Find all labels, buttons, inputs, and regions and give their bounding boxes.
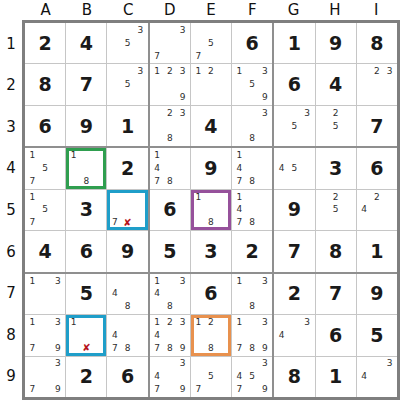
cell-value: 1 bbox=[121, 117, 134, 136]
empty-mark-slot bbox=[288, 316, 301, 329]
column-label-I: I bbox=[374, 1, 378, 19]
empty-mark-slot bbox=[233, 358, 246, 371]
column-label-B: B bbox=[82, 1, 92, 19]
empty-mark-slot bbox=[371, 383, 384, 396]
empty-mark-slot bbox=[108, 37, 121, 50]
candidate-5: 5 bbox=[288, 120, 301, 133]
candidate-4: 4 bbox=[358, 370, 371, 383]
column-label-F: F bbox=[248, 1, 257, 19]
pencil-marks: 379 bbox=[26, 358, 64, 396]
cell-H4[interactable]: 3 bbox=[316, 148, 356, 188]
pencil-marks: 18 bbox=[67, 149, 105, 187]
empty-mark-slot bbox=[342, 133, 355, 146]
empty-mark-slot bbox=[217, 37, 230, 50]
empty-mark-slot bbox=[371, 204, 384, 217]
empty-mark-slot bbox=[134, 50, 147, 63]
cell-E4[interactable]: 9 bbox=[191, 148, 231, 188]
empty-mark-slot bbox=[259, 329, 272, 342]
pencil-marks: 34579 bbox=[233, 358, 271, 396]
pencil-marks: 238 bbox=[151, 107, 189, 145]
candidate-5: 5 bbox=[288, 162, 301, 175]
empty-mark-slot bbox=[301, 162, 314, 175]
cell-E9[interactable]: 57 bbox=[191, 357, 231, 397]
candidate-1: 1 bbox=[67, 316, 80, 329]
pencil-marks: 48 bbox=[108, 275, 146, 313]
empty-mark-slot bbox=[176, 37, 189, 50]
cell-E2[interactable]: 12 bbox=[191, 64, 231, 104]
cell-F4[interactable]: 1478 bbox=[232, 148, 272, 188]
cell-value: 2 bbox=[246, 242, 259, 261]
candidate-1: 1 bbox=[67, 149, 80, 162]
empty-mark-slot bbox=[39, 300, 52, 313]
cell-value: 7 bbox=[80, 75, 93, 94]
cell-F3[interactable]: 38 bbox=[232, 106, 272, 146]
empty-mark-slot bbox=[26, 370, 39, 383]
empty-mark-slot bbox=[121, 50, 134, 63]
empty-mark-slot bbox=[383, 370, 396, 383]
empty-mark-slot bbox=[93, 329, 106, 342]
row-label-5: 5 bbox=[6, 201, 16, 219]
empty-mark-slot bbox=[246, 162, 259, 175]
cell-H9[interactable]: 1 bbox=[316, 357, 356, 397]
empty-mark-slot bbox=[134, 300, 147, 313]
empty-mark-slot bbox=[151, 133, 164, 146]
cell-value: 1 bbox=[329, 367, 342, 386]
empty-mark-slot bbox=[192, 24, 205, 37]
empty-mark-slot bbox=[275, 175, 288, 188]
cell-H1[interactable]: 9 bbox=[316, 23, 356, 63]
pencil-marks: 157 bbox=[26, 191, 64, 229]
cell-value: 5 bbox=[163, 242, 176, 261]
cell-value: 5 bbox=[80, 284, 93, 303]
empty-mark-slot bbox=[134, 91, 147, 104]
cell-C2[interactable]: 35 bbox=[107, 64, 147, 104]
candidate-1: 1 bbox=[233, 275, 246, 288]
cell-I3[interactable]: 7 bbox=[357, 106, 397, 146]
candidate-5: 5 bbox=[39, 162, 52, 175]
candidate-8: 8 bbox=[163, 342, 176, 355]
cell-D6[interactable]: 5 bbox=[150, 231, 190, 271]
empty-mark-slot bbox=[246, 329, 259, 342]
candidate-7: 7 bbox=[151, 383, 164, 396]
empty-mark-slot bbox=[259, 120, 272, 133]
row-label-3: 3 bbox=[6, 118, 16, 136]
cell-D9[interactable]: 3479 bbox=[150, 357, 190, 397]
empty-mark-slot bbox=[134, 204, 147, 217]
empty-mark-slot bbox=[192, 329, 205, 342]
empty-mark-slot bbox=[259, 149, 272, 162]
candidate-2: 2 bbox=[163, 316, 176, 329]
cell-D4[interactable]: 1478 bbox=[150, 148, 190, 188]
empty-mark-slot bbox=[108, 204, 121, 217]
cell-B5[interactable]: 3 bbox=[66, 190, 106, 230]
cell-D3[interactable]: 238 bbox=[150, 106, 190, 146]
cell-D5[interactable]: 6 bbox=[150, 190, 190, 230]
box-5: 1478914786181478532 bbox=[150, 148, 273, 271]
cell-G2[interactable]: 6 bbox=[274, 64, 314, 104]
candidate-5: 5 bbox=[205, 37, 218, 50]
empty-mark-slot bbox=[176, 287, 189, 300]
empty-mark-slot bbox=[259, 162, 272, 175]
empty-mark-slot bbox=[108, 24, 121, 37]
empty-mark-slot bbox=[163, 329, 176, 342]
empty-mark-slot bbox=[259, 191, 272, 204]
pencil-marks: 57 bbox=[192, 24, 230, 62]
cell-A3[interactable]: 6 bbox=[25, 106, 65, 146]
candidate-3: 3 bbox=[176, 358, 189, 371]
cell-I7[interactable]: 9 bbox=[357, 274, 397, 314]
empty-mark-slot bbox=[246, 358, 259, 371]
cell-value: 6 bbox=[204, 284, 217, 303]
empty-mark-slot bbox=[275, 149, 288, 162]
cell-C8[interactable]: 478 bbox=[107, 315, 147, 355]
cell-B1[interactable]: 4 bbox=[66, 23, 106, 63]
empty-mark-slot bbox=[317, 120, 330, 133]
empty-mark-slot bbox=[317, 216, 330, 229]
cell-value: 6 bbox=[246, 34, 259, 53]
candidate-1: 1 bbox=[26, 149, 39, 162]
cell-value: 9 bbox=[329, 34, 342, 53]
cell-F5[interactable]: 1478 bbox=[232, 190, 272, 230]
candidate-7: 7 bbox=[26, 175, 39, 188]
cell-A7[interactable]: 13 bbox=[25, 274, 65, 314]
candidate-9: 9 bbox=[51, 383, 64, 396]
cell-I1[interactable]: 8 bbox=[357, 23, 397, 63]
empty-mark-slot bbox=[259, 175, 272, 188]
candidate-1: 1 bbox=[192, 191, 205, 204]
cell-F1[interactable]: 6 bbox=[232, 23, 272, 63]
empty-mark-slot bbox=[80, 149, 93, 162]
cell-value: 7 bbox=[288, 242, 301, 261]
cell-value: 8 bbox=[288, 367, 301, 386]
box-2: 375761239121359238438 bbox=[150, 23, 273, 146]
empty-mark-slot bbox=[163, 383, 176, 396]
cell-value: 4 bbox=[329, 75, 342, 94]
candidate-3: 3 bbox=[301, 107, 314, 120]
cell-C5[interactable]: 7✘ bbox=[107, 190, 147, 230]
empty-mark-slot bbox=[288, 107, 301, 120]
cell-E5[interactable]: 18 bbox=[191, 190, 231, 230]
candidate-8: 8 bbox=[246, 342, 259, 355]
candidate-3: 3 bbox=[259, 316, 272, 329]
empty-mark-slot bbox=[93, 162, 106, 175]
candidate-4: 4 bbox=[151, 287, 164, 300]
cell-B6[interactable]: 6 bbox=[66, 231, 106, 271]
empty-mark-slot bbox=[259, 78, 272, 91]
candidate-3: 3 bbox=[259, 358, 272, 371]
empty-mark-slot bbox=[233, 329, 246, 342]
empty-mark-slot bbox=[371, 216, 384, 229]
empty-mark-slot bbox=[67, 162, 80, 175]
empty-mark-slot bbox=[383, 191, 396, 204]
cell-F7[interactable]: 138 bbox=[232, 274, 272, 314]
empty-mark-slot bbox=[39, 191, 52, 204]
candidate-4: 4 bbox=[151, 370, 164, 383]
empty-mark-slot bbox=[275, 107, 288, 120]
empty-mark-slot bbox=[108, 65, 121, 78]
empty-mark-slot bbox=[233, 78, 246, 91]
candidate-4: 4 bbox=[233, 370, 246, 383]
box-7: 1354813791✘47837926 bbox=[25, 274, 148, 397]
cell-C1[interactable]: 35 bbox=[107, 23, 147, 63]
empty-mark-slot bbox=[39, 216, 52, 229]
cell-I2[interactable]: 23 bbox=[357, 64, 397, 104]
empty-mark-slot bbox=[121, 91, 134, 104]
empty-mark-slot bbox=[205, 358, 218, 371]
empty-mark-slot bbox=[301, 342, 314, 355]
pencil-marks: 138 bbox=[233, 275, 271, 313]
row-label-9: 9 bbox=[6, 367, 16, 385]
cell-I6[interactable]: 1 bbox=[357, 231, 397, 271]
empty-mark-slot bbox=[205, 383, 218, 396]
row-label-7: 7 bbox=[6, 284, 16, 302]
empty-mark-slot bbox=[205, 91, 218, 104]
pencil-marks: 24 bbox=[358, 191, 396, 229]
cell-B2[interactable]: 7 bbox=[66, 64, 106, 104]
empty-mark-slot bbox=[192, 204, 205, 217]
pencil-marks: 1239 bbox=[151, 65, 189, 103]
empty-mark-slot bbox=[205, 78, 218, 91]
empty-mark-slot bbox=[205, 24, 218, 37]
cell-C4[interactable]: 2 bbox=[107, 148, 147, 188]
empty-mark-slot bbox=[39, 175, 52, 188]
cell-value: 8 bbox=[329, 242, 342, 261]
cell-G7[interactable]: 2 bbox=[274, 274, 314, 314]
empty-mark-slot bbox=[233, 120, 246, 133]
cell-F8[interactable]: 13789 bbox=[232, 315, 272, 355]
cell-C9[interactable]: 6 bbox=[107, 357, 147, 397]
cell-G8[interactable]: 34 bbox=[274, 315, 314, 355]
empty-mark-slot bbox=[51, 204, 64, 217]
cell-H6[interactable]: 8 bbox=[316, 231, 356, 271]
empty-mark-slot bbox=[192, 358, 205, 371]
candidate-8: 8 bbox=[246, 175, 259, 188]
cell-B8[interactable]: 1✘ bbox=[66, 315, 106, 355]
eliminated-candidate-8: ✘ bbox=[80, 342, 93, 355]
cell-G5[interactable]: 9 bbox=[274, 190, 314, 230]
empty-mark-slot bbox=[301, 329, 314, 342]
empty-mark-slot bbox=[217, 24, 230, 37]
empty-mark-slot bbox=[342, 216, 355, 229]
candidate-7: 7 bbox=[108, 216, 121, 229]
candidate-1: 1 bbox=[151, 149, 164, 162]
empty-mark-slot bbox=[317, 204, 330, 217]
cell-H7[interactable]: 7 bbox=[316, 274, 356, 314]
candidate-8: 8 bbox=[163, 175, 176, 188]
cell-H5[interactable]: 25 bbox=[316, 190, 356, 230]
empty-mark-slot bbox=[192, 91, 205, 104]
cell-B3[interactable]: 9 bbox=[66, 106, 106, 146]
cell-G3[interactable]: 35 bbox=[274, 106, 314, 146]
cell-E1[interactable]: 57 bbox=[191, 23, 231, 63]
candidate-9: 9 bbox=[51, 342, 64, 355]
cell-E6[interactable]: 3 bbox=[191, 231, 231, 271]
empty-mark-slot bbox=[26, 329, 39, 342]
empty-mark-slot bbox=[108, 78, 121, 91]
cell-B4[interactable]: 18 bbox=[66, 148, 106, 188]
empty-mark-slot bbox=[151, 91, 164, 104]
cell-A4[interactable]: 157 bbox=[25, 148, 65, 188]
empty-mark-slot bbox=[67, 329, 80, 342]
cell-A1[interactable]: 2 bbox=[25, 23, 65, 63]
empty-mark-slot bbox=[176, 120, 189, 133]
pencil-marks: 45 bbox=[275, 149, 313, 187]
cell-I5[interactable]: 24 bbox=[357, 190, 397, 230]
cell-A9[interactable]: 379 bbox=[25, 357, 65, 397]
empty-mark-slot bbox=[51, 191, 64, 204]
cell-H3[interactable]: 25 bbox=[316, 106, 356, 146]
empty-mark-slot bbox=[288, 329, 301, 342]
empty-mark-slot bbox=[121, 24, 134, 37]
empty-mark-slot bbox=[176, 78, 189, 91]
candidate-4: 4 bbox=[233, 162, 246, 175]
candidate-4: 4 bbox=[151, 162, 164, 175]
box-3: 198642335257 bbox=[274, 23, 397, 146]
cell-A2[interactable]: 8 bbox=[25, 64, 65, 104]
cell-A5[interactable]: 157 bbox=[25, 190, 65, 230]
cell-I8[interactable]: 5 bbox=[357, 315, 397, 355]
cell-B7[interactable]: 5 bbox=[66, 274, 106, 314]
candidate-2: 2 bbox=[163, 107, 176, 120]
empty-mark-slot bbox=[163, 275, 176, 288]
cell-I4[interactable]: 6 bbox=[357, 148, 397, 188]
pencil-marks: 12 bbox=[192, 65, 230, 103]
candidate-8: 8 bbox=[163, 300, 176, 313]
candidate-8: 8 bbox=[246, 300, 259, 313]
cell-I9[interactable]: 34 bbox=[357, 357, 397, 397]
empty-mark-slot bbox=[358, 358, 371, 371]
empty-mark-slot bbox=[217, 383, 230, 396]
cell-G1[interactable]: 1 bbox=[274, 23, 314, 63]
empty-mark-slot bbox=[80, 329, 93, 342]
empty-mark-slot bbox=[108, 300, 121, 313]
empty-mark-slot bbox=[121, 204, 134, 217]
empty-mark-slot bbox=[151, 300, 164, 313]
pencil-marks: 34 bbox=[275, 316, 313, 354]
empty-mark-slot bbox=[39, 329, 52, 342]
candidate-1: 1 bbox=[192, 65, 205, 78]
cell-F2[interactable]: 1359 bbox=[232, 64, 272, 104]
empty-mark-slot bbox=[259, 204, 272, 217]
empty-mark-slot bbox=[217, 191, 230, 204]
empty-mark-slot bbox=[51, 370, 64, 383]
empty-mark-slot bbox=[383, 204, 396, 217]
empty-mark-slot bbox=[134, 329, 147, 342]
cell-H2[interactable]: 4 bbox=[316, 64, 356, 104]
empty-mark-slot bbox=[342, 107, 355, 120]
pencil-marks: 128 bbox=[192, 316, 230, 354]
candidate-7: 7 bbox=[233, 342, 246, 355]
cell-C3[interactable]: 1 bbox=[107, 106, 147, 146]
candidate-1: 1 bbox=[26, 316, 39, 329]
cell-A8[interactable]: 1379 bbox=[25, 315, 65, 355]
empty-mark-slot bbox=[163, 149, 176, 162]
cell-value: 2 bbox=[80, 367, 93, 386]
candidate-2: 2 bbox=[163, 65, 176, 78]
empty-mark-slot bbox=[301, 133, 314, 146]
empty-mark-slot bbox=[383, 91, 396, 104]
cell-value: 6 bbox=[370, 159, 383, 178]
candidate-8: 8 bbox=[246, 216, 259, 229]
empty-mark-slot bbox=[317, 133, 330, 146]
empty-mark-slot bbox=[205, 191, 218, 204]
candidate-2: 2 bbox=[371, 191, 384, 204]
candidate-3: 3 bbox=[51, 316, 64, 329]
pencil-marks: 37 bbox=[151, 24, 189, 62]
pencil-marks: 1478 bbox=[233, 149, 271, 187]
cell-value: 4 bbox=[38, 242, 51, 261]
empty-mark-slot bbox=[39, 287, 52, 300]
candidate-3: 3 bbox=[176, 275, 189, 288]
cell-D1[interactable]: 37 bbox=[150, 23, 190, 63]
cell-value: 2 bbox=[288, 284, 301, 303]
eliminated-candidate-8: ✘ bbox=[121, 216, 134, 229]
empty-mark-slot bbox=[217, 50, 230, 63]
candidate-5: 5 bbox=[121, 78, 134, 91]
candidate-4: 4 bbox=[108, 329, 121, 342]
empty-mark-slot bbox=[151, 24, 164, 37]
cell-value: 6 bbox=[38, 117, 51, 136]
column-label-G: G bbox=[288, 1, 300, 19]
cell-F6[interactable]: 2 bbox=[232, 231, 272, 271]
cell-F9[interactable]: 34579 bbox=[232, 357, 272, 397]
cell-D7[interactable]: 1348 bbox=[150, 274, 190, 314]
row-label-8: 8 bbox=[6, 326, 16, 344]
candidate-3: 3 bbox=[259, 275, 272, 288]
candidate-4: 4 bbox=[233, 204, 246, 217]
cell-value: 6 bbox=[121, 367, 134, 386]
empty-mark-slot bbox=[358, 91, 371, 104]
cell-value: 6 bbox=[80, 242, 93, 261]
cell-G4[interactable]: 45 bbox=[274, 148, 314, 188]
empty-mark-slot bbox=[163, 162, 176, 175]
candidate-1: 1 bbox=[151, 65, 164, 78]
candidate-7: 7 bbox=[151, 50, 164, 63]
cell-A6[interactable]: 4 bbox=[25, 231, 65, 271]
pencil-marks: 35 bbox=[275, 107, 313, 145]
cell-E3[interactable]: 4 bbox=[191, 106, 231, 146]
sudoku-board: 2435873569137576123912135923843819864233… bbox=[22, 20, 400, 400]
empty-mark-slot bbox=[163, 91, 176, 104]
empty-mark-slot bbox=[246, 191, 259, 204]
pencil-marks: 25 bbox=[317, 107, 355, 145]
empty-mark-slot bbox=[329, 216, 342, 229]
empty-mark-slot bbox=[275, 316, 288, 329]
cell-D8[interactable]: 1234789 bbox=[150, 315, 190, 355]
empty-mark-slot bbox=[259, 300, 272, 313]
cell-G9[interactable]: 8 bbox=[274, 357, 314, 397]
cell-C7[interactable]: 48 bbox=[107, 274, 147, 314]
empty-mark-slot bbox=[163, 120, 176, 133]
row-labels: 123456789 bbox=[0, 20, 22, 400]
cell-E8[interactable]: 128 bbox=[191, 315, 231, 355]
candidate-7: 7 bbox=[192, 383, 205, 396]
empty-mark-slot bbox=[26, 300, 39, 313]
cell-C6[interactable]: 9 bbox=[107, 231, 147, 271]
empty-mark-slot bbox=[259, 370, 272, 383]
empty-mark-slot bbox=[301, 175, 314, 188]
cell-B9[interactable]: 2 bbox=[66, 357, 106, 397]
cell-G6[interactable]: 7 bbox=[274, 231, 314, 271]
empty-mark-slot bbox=[163, 358, 176, 371]
cell-D2[interactable]: 1239 bbox=[150, 64, 190, 104]
cell-E7[interactable]: 6 bbox=[191, 274, 231, 314]
empty-mark-slot bbox=[93, 175, 106, 188]
pencil-marks: 23 bbox=[358, 65, 396, 103]
empty-mark-slot bbox=[51, 287, 64, 300]
empty-mark-slot bbox=[383, 216, 396, 229]
cell-H8[interactable]: 6 bbox=[316, 315, 356, 355]
